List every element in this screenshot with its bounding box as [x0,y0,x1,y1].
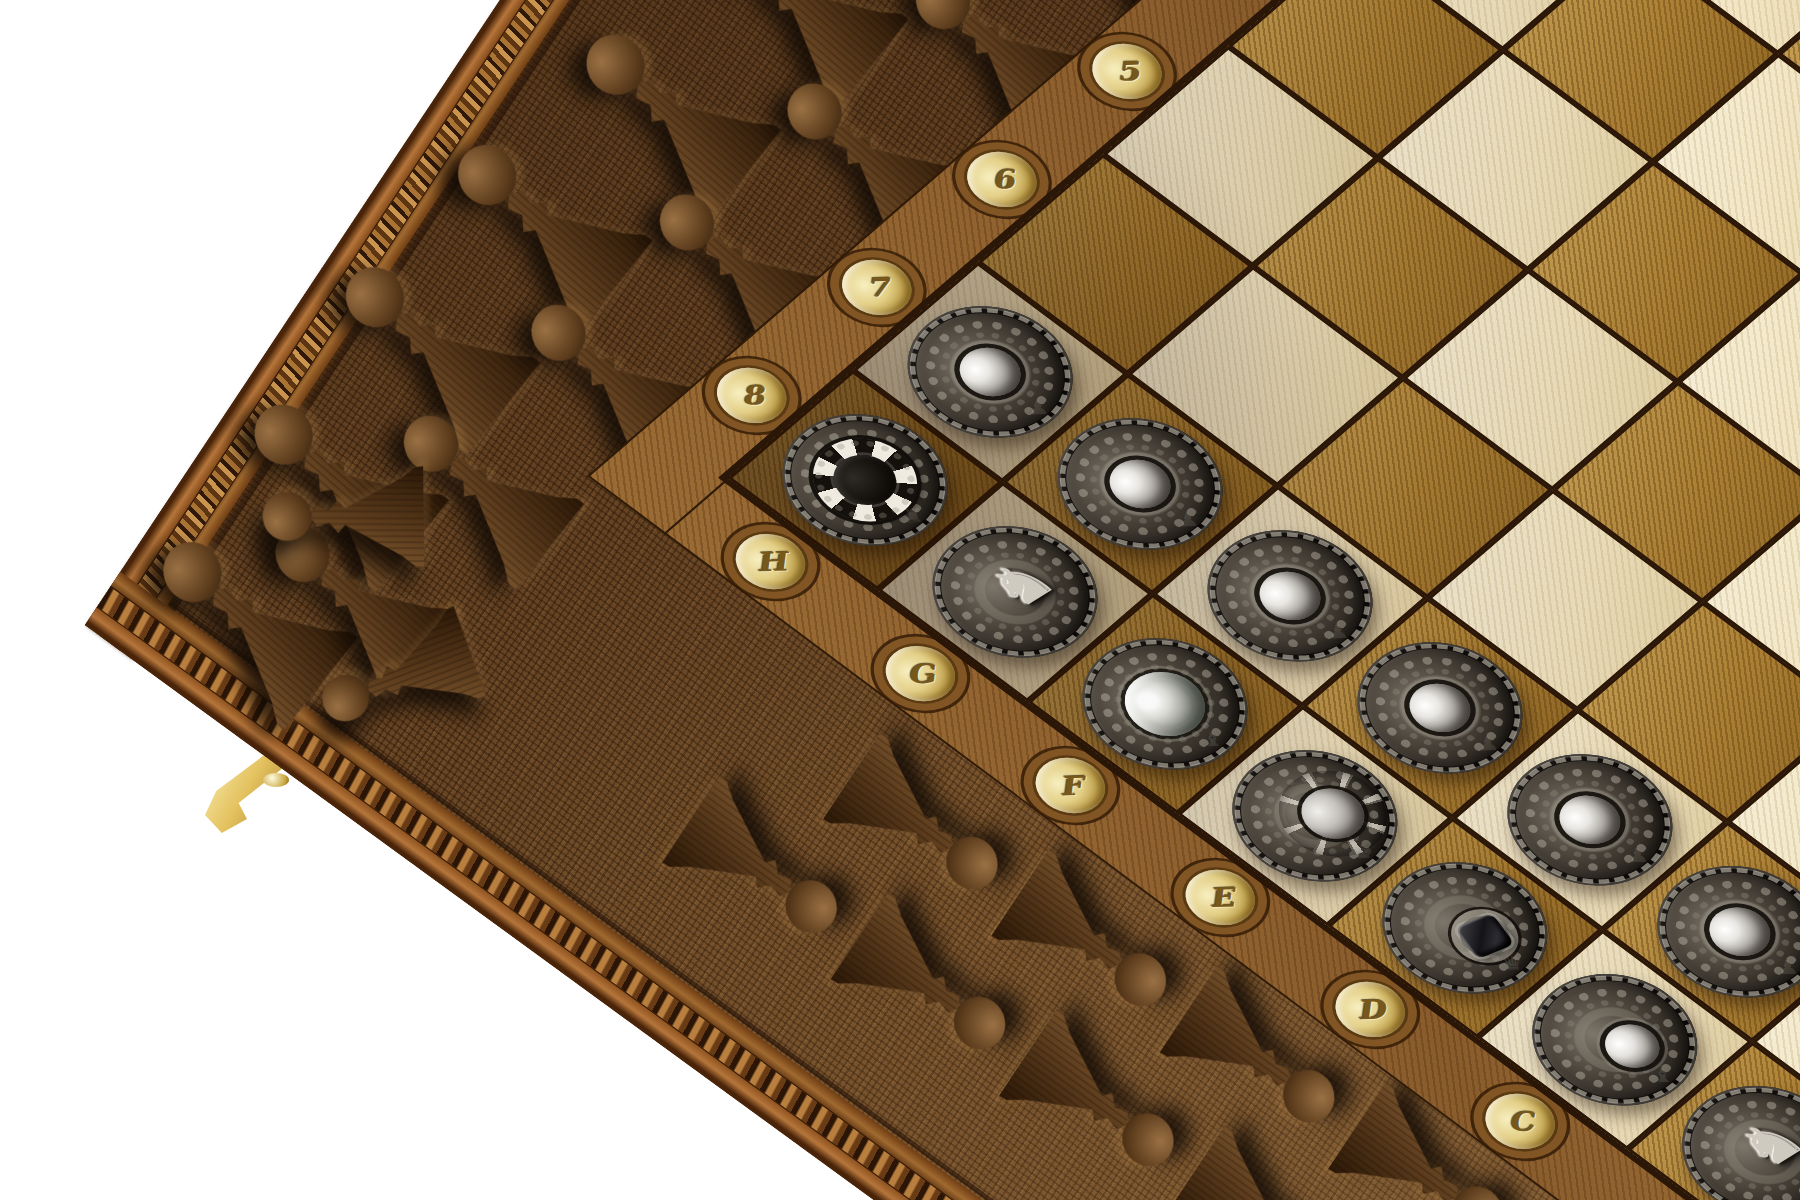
rank-medallion-8-label: 8 [738,380,766,411]
carved-pawn-relief [830,892,1029,1083]
rank-medallion-6-label: 6 [988,164,1016,195]
pawn-glyph: ♟ [1554,843,1721,869]
file-medallion-g-label: G [904,658,937,689]
pawn-glyph: ♟ [954,395,1121,421]
file-medallion-h-label: H [753,546,789,577]
carved-pawn-relief [661,775,860,966]
pawn-glyph: ♟ [1104,507,1271,533]
file-medallion-e-label: E [1205,882,1235,913]
pawn-glyph: ♟ [1404,731,1571,757]
rook-glyph: ♜ [829,503,996,529]
file-medallion-d-label: D [1354,994,1387,1025]
carved-pawn-relief [262,465,425,568]
file-medallion-c-label: C [1505,1106,1536,1137]
carved-pawn-relief [998,1009,1197,1200]
pawn-glyph: ♟ [1704,954,1800,980]
queen-glyph: ♛ [1429,951,1596,977]
bishop-glyph: ♝ [1579,1062,1746,1088]
rank-medallion-5-label: 5 [1113,56,1141,87]
king-glyph: ♚ [1279,839,1446,865]
rank-medallion-7-label: 7 [863,272,891,303]
photo-chess-box: 8765HGFEDC ♜♞♝♚♛♝♞♟♟♟♟♟♟ [0,0,1800,1200]
pawn-glyph: ♟ [1254,619,1421,645]
bishop-glyph: ♝ [1129,727,1296,753]
file-medallion-f-label: F [1056,770,1084,801]
